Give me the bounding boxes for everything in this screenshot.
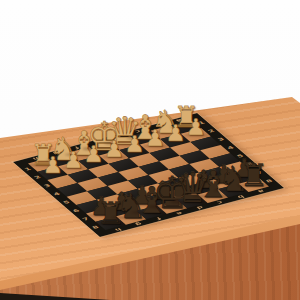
black-rook-a8: ♜ bbox=[240, 160, 268, 191]
rank-label: 2 bbox=[33, 175, 42, 180]
rank-label: 3 bbox=[216, 137, 225, 142]
rank-label: 5 bbox=[62, 200, 71, 205]
chess-set-photo: hgfedcba1♜♞♝♚♛♝♞♜12♟♟♟♟♟♟♟♟2334455667♟♟♟… bbox=[0, 0, 300, 300]
rank-label: 4 bbox=[226, 145, 235, 150]
rank-label: 4 bbox=[52, 192, 61, 197]
rank-label: 6 bbox=[71, 208, 80, 213]
rank-label: 3 bbox=[42, 183, 51, 188]
rank-label: 2 bbox=[207, 129, 216, 134]
square-a8: ♜ bbox=[239, 178, 269, 192]
white-pawn-a2: ♟ bbox=[186, 116, 207, 139]
